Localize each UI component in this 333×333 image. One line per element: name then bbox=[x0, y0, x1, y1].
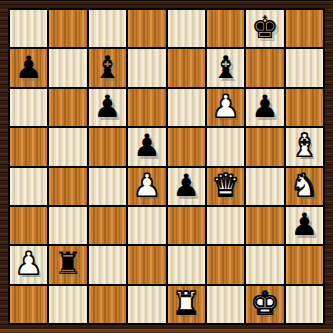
square-b2[interactable]: ♜ bbox=[49, 246, 86, 283]
square-d7[interactable] bbox=[128, 49, 165, 86]
square-h4[interactable]: ♞ bbox=[286, 168, 323, 205]
square-h7[interactable] bbox=[286, 49, 323, 86]
square-e8[interactable] bbox=[168, 10, 205, 47]
black-rook-b2: ♜ bbox=[54, 248, 82, 279]
square-h3[interactable]: ♟ bbox=[286, 207, 323, 244]
white-pawn-f6: ♟ bbox=[212, 91, 240, 122]
white-rook-e1: ♜ bbox=[172, 288, 200, 319]
square-d4[interactable]: ♟ bbox=[128, 168, 165, 205]
square-e3[interactable] bbox=[168, 207, 205, 244]
square-f3[interactable] bbox=[207, 207, 244, 244]
square-g2[interactable] bbox=[246, 246, 283, 283]
square-e1[interactable]: ♜ bbox=[168, 286, 205, 323]
square-a3[interactable] bbox=[10, 207, 47, 244]
square-b6[interactable] bbox=[49, 89, 86, 126]
black-pawn-g6: ♟ bbox=[251, 91, 279, 122]
square-c3[interactable] bbox=[89, 207, 126, 244]
square-g4[interactable] bbox=[246, 168, 283, 205]
square-f2[interactable] bbox=[207, 246, 244, 283]
white-knight-h4: ♞ bbox=[290, 170, 318, 201]
chess-board: ♚♟♝♝♟♟♟♟♝♟♟♛♞♟♟♜♜♚ bbox=[10, 10, 323, 323]
square-a5[interactable] bbox=[10, 128, 47, 165]
square-e4[interactable]: ♟ bbox=[168, 168, 205, 205]
square-d2[interactable] bbox=[128, 246, 165, 283]
square-c7[interactable]: ♝ bbox=[89, 49, 126, 86]
square-f4[interactable]: ♛ bbox=[207, 168, 244, 205]
black-pawn-h3: ♟ bbox=[290, 209, 318, 240]
square-b4[interactable] bbox=[49, 168, 86, 205]
white-king-g1: ♚ bbox=[251, 288, 279, 319]
board-border: ♚♟♝♝♟♟♟♟♝♟♟♛♞♟♟♜♜♚ bbox=[8, 8, 325, 325]
square-g5[interactable] bbox=[246, 128, 283, 165]
black-pawn-e4: ♟ bbox=[172, 170, 200, 201]
square-c1[interactable] bbox=[89, 286, 126, 323]
black-king-g8: ♚ bbox=[251, 12, 279, 43]
white-queen-f4: ♛ bbox=[212, 170, 240, 201]
square-h8[interactable] bbox=[286, 10, 323, 47]
black-bishop-f7: ♝ bbox=[212, 52, 240, 83]
square-h6[interactable] bbox=[286, 89, 323, 126]
square-f1[interactable] bbox=[207, 286, 244, 323]
square-c4[interactable] bbox=[89, 168, 126, 205]
square-g6[interactable]: ♟ bbox=[246, 89, 283, 126]
square-e6[interactable] bbox=[168, 89, 205, 126]
black-pawn-a7: ♟ bbox=[15, 52, 43, 83]
square-g3[interactable] bbox=[246, 207, 283, 244]
square-e5[interactable] bbox=[168, 128, 205, 165]
white-bishop-h5: ♝ bbox=[290, 130, 318, 161]
square-a7[interactable]: ♟ bbox=[10, 49, 47, 86]
black-bishop-c7: ♝ bbox=[94, 52, 122, 83]
square-d5[interactable]: ♟ bbox=[128, 128, 165, 165]
square-e2[interactable] bbox=[168, 246, 205, 283]
square-b8[interactable] bbox=[49, 10, 86, 47]
square-b1[interactable] bbox=[49, 286, 86, 323]
board-frame: ♚♟♝♝♟♟♟♟♝♟♟♛♞♟♟♜♜♚ bbox=[0, 0, 333, 333]
square-f6[interactable]: ♟ bbox=[207, 89, 244, 126]
square-d3[interactable] bbox=[128, 207, 165, 244]
black-pawn-c6: ♟ bbox=[94, 91, 122, 122]
square-a4[interactable] bbox=[10, 168, 47, 205]
square-d1[interactable] bbox=[128, 286, 165, 323]
square-c2[interactable] bbox=[89, 246, 126, 283]
black-pawn-d5: ♟ bbox=[133, 130, 161, 161]
white-pawn-d4: ♟ bbox=[133, 170, 161, 201]
square-g8[interactable]: ♚ bbox=[246, 10, 283, 47]
square-g1[interactable]: ♚ bbox=[246, 286, 283, 323]
square-d8[interactable] bbox=[128, 10, 165, 47]
square-h5[interactable]: ♝ bbox=[286, 128, 323, 165]
square-c6[interactable]: ♟ bbox=[89, 89, 126, 126]
square-g7[interactable] bbox=[246, 49, 283, 86]
square-a6[interactable] bbox=[10, 89, 47, 126]
square-b7[interactable] bbox=[49, 49, 86, 86]
square-c8[interactable] bbox=[89, 10, 126, 47]
square-f8[interactable] bbox=[207, 10, 244, 47]
square-a8[interactable] bbox=[10, 10, 47, 47]
white-pawn-a2: ♟ bbox=[15, 248, 43, 279]
square-b3[interactable] bbox=[49, 207, 86, 244]
square-a1[interactable] bbox=[10, 286, 47, 323]
square-h2[interactable] bbox=[286, 246, 323, 283]
square-e7[interactable] bbox=[168, 49, 205, 86]
square-h1[interactable] bbox=[286, 286, 323, 323]
square-c5[interactable] bbox=[89, 128, 126, 165]
square-b5[interactable] bbox=[49, 128, 86, 165]
square-a2[interactable]: ♟ bbox=[10, 246, 47, 283]
square-d6[interactable] bbox=[128, 89, 165, 126]
square-f5[interactable] bbox=[207, 128, 244, 165]
square-f7[interactable]: ♝ bbox=[207, 49, 244, 86]
